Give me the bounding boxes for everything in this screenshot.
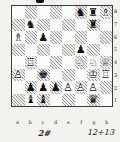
square-a3[interactable]: ♙ — [12, 69, 25, 82]
square-b6[interactable] — [25, 31, 38, 44]
square-c6[interactable]: ♟ — [37, 31, 50, 44]
piece-black-pawn: ♟ — [25, 81, 38, 94]
piece-white-knight: ♘ — [75, 56, 88, 69]
square-h2[interactable] — [100, 81, 113, 94]
square-e5[interactable] — [62, 44, 75, 57]
piece-white-knight: ♘ — [87, 56, 100, 69]
square-a1[interactable] — [12, 94, 25, 107]
square-b1[interactable]: ♝ — [25, 94, 38, 107]
piece-black-rook: ♜ — [87, 19, 100, 32]
square-e6[interactable] — [62, 31, 75, 44]
square-d2[interactable]: ♟ — [50, 81, 63, 94]
piece-black-rook: ♜ — [87, 6, 100, 19]
square-h7[interactable] — [100, 19, 113, 32]
square-g5[interactable] — [87, 44, 100, 57]
square-e4[interactable] — [62, 56, 75, 69]
square-d1[interactable] — [50, 94, 63, 107]
chess-diagram-page: ♞♜♗♞♜♗♟♟♖♘♘♕♙♚♔♖♟♟♟♙♙♙♝♝♛ 87654321 abcde… — [0, 0, 120, 142]
square-e7[interactable] — [62, 19, 75, 32]
square-c2[interactable]: ♟ — [37, 81, 50, 94]
file-label-f: f — [75, 119, 88, 125]
square-b3[interactable] — [25, 69, 38, 82]
square-a6[interactable]: ♗ — [12, 31, 25, 44]
piece-white-pawn: ♙ — [62, 81, 75, 94]
rank-label-8: 8 — [114, 5, 120, 18]
square-f2[interactable]: ♙ — [75, 81, 88, 94]
square-f3[interactable] — [75, 69, 88, 82]
piece-white-rook: ♖ — [25, 56, 38, 69]
square-a7[interactable] — [12, 19, 25, 32]
square-f1[interactable] — [75, 94, 88, 107]
piece-black-pawn: ♟ — [37, 81, 50, 94]
rank-label-6: 6 — [114, 31, 120, 44]
file-labels: abcdefgh — [11, 119, 113, 125]
square-c7[interactable] — [37, 19, 50, 32]
square-c1[interactable]: ♝ — [37, 94, 50, 107]
file-label-a: a — [11, 119, 24, 125]
piece-black-king: ♚ — [37, 69, 50, 82]
square-g3[interactable]: ♔ — [87, 69, 100, 82]
file-label-c: c — [37, 119, 50, 125]
piece-white-bishop: ♗ — [100, 6, 113, 19]
square-g1[interactable]: ♛ — [87, 94, 100, 107]
square-c3[interactable]: ♚ — [37, 69, 50, 82]
piece-white-queen: ♕ — [100, 56, 113, 69]
file-label-d: d — [49, 119, 62, 125]
square-b8[interactable] — [25, 6, 38, 19]
square-g4[interactable]: ♘ — [87, 56, 100, 69]
piece-black-bishop: ♝ — [25, 94, 38, 107]
square-h5[interactable] — [100, 44, 113, 57]
square-d6[interactable] — [50, 31, 63, 44]
square-d8[interactable] — [50, 6, 63, 19]
piece-black-bishop: ♝ — [37, 94, 50, 107]
square-c4[interactable] — [37, 56, 50, 69]
square-f7[interactable] — [75, 19, 88, 32]
square-b7[interactable]: ♞ — [25, 19, 38, 32]
rank-label-1: 1 — [114, 94, 120, 107]
square-e8[interactable] — [62, 6, 75, 19]
square-f8[interactable]: ♞ — [75, 6, 88, 19]
square-d3[interactable] — [50, 69, 63, 82]
square-d4[interactable] — [50, 56, 63, 69]
board[interactable]: ♞♜♗♞♜♗♟♟♖♘♘♕♙♚♔♖♟♟♟♙♙♙♝♝♛ — [11, 5, 113, 107]
piece-count-label: 12+13 — [87, 128, 114, 137]
square-c8[interactable] — [37, 6, 50, 19]
square-e3[interactable] — [62, 69, 75, 82]
square-f6[interactable] — [75, 31, 88, 44]
file-label-g: g — [88, 119, 101, 125]
piece-white-rook: ♖ — [100, 69, 113, 82]
piece-black-knight: ♞ — [75, 6, 88, 19]
square-h1[interactable] — [100, 94, 113, 107]
piece-black-pawn: ♟ — [37, 31, 50, 44]
square-g7[interactable]: ♜ — [87, 19, 100, 32]
square-d7[interactable] — [50, 19, 63, 32]
piece-white-bishop: ♗ — [12, 31, 25, 44]
rank-labels: 87654321 — [114, 5, 120, 107]
square-c5[interactable] — [37, 44, 50, 57]
file-label-e: e — [62, 119, 75, 125]
piece-black-pawn: ♟ — [75, 44, 88, 57]
square-a4[interactable] — [12, 56, 25, 69]
stipulation-label: 2# — [22, 128, 66, 138]
piece-black-queen: ♛ — [87, 94, 100, 107]
piece-white-king: ♔ — [87, 69, 100, 82]
square-h4[interactable]: ♕ — [100, 56, 113, 69]
rank-label-2: 2 — [114, 82, 120, 95]
rank-label-5: 5 — [114, 43, 120, 56]
square-b4[interactable]: ♖ — [25, 56, 38, 69]
square-f5[interactable]: ♟ — [75, 44, 88, 57]
file-label-h: h — [100, 119, 113, 125]
file-label-b: b — [24, 119, 37, 125]
piece-white-pawn: ♙ — [87, 81, 100, 94]
square-a5[interactable] — [12, 44, 25, 57]
square-h3[interactable]: ♖ — [100, 69, 113, 82]
square-g6[interactable] — [87, 31, 100, 44]
rank-label-3: 3 — [114, 69, 120, 82]
piece-black-pawn: ♟ — [50, 81, 63, 94]
square-h6[interactable] — [100, 31, 113, 44]
rank-label-7: 7 — [114, 18, 120, 31]
scan-artifact — [36, 0, 44, 3]
square-a2[interactable] — [12, 81, 25, 94]
square-d5[interactable] — [50, 44, 63, 57]
square-b2[interactable]: ♟ — [25, 81, 38, 94]
square-g2[interactable]: ♙ — [87, 81, 100, 94]
square-b5[interactable] — [25, 44, 38, 57]
square-e2[interactable]: ♙ — [62, 81, 75, 94]
square-g8[interactable]: ♜ — [87, 6, 100, 19]
square-f4[interactable]: ♘ — [75, 56, 88, 69]
square-a8[interactable] — [12, 6, 25, 19]
piece-black-knight: ♞ — [25, 19, 38, 32]
square-e1[interactable] — [62, 94, 75, 107]
piece-white-pawn: ♙ — [12, 69, 25, 82]
square-h8[interactable]: ♗ — [100, 6, 113, 19]
piece-white-pawn: ♙ — [75, 81, 88, 94]
rank-label-4: 4 — [114, 56, 120, 69]
